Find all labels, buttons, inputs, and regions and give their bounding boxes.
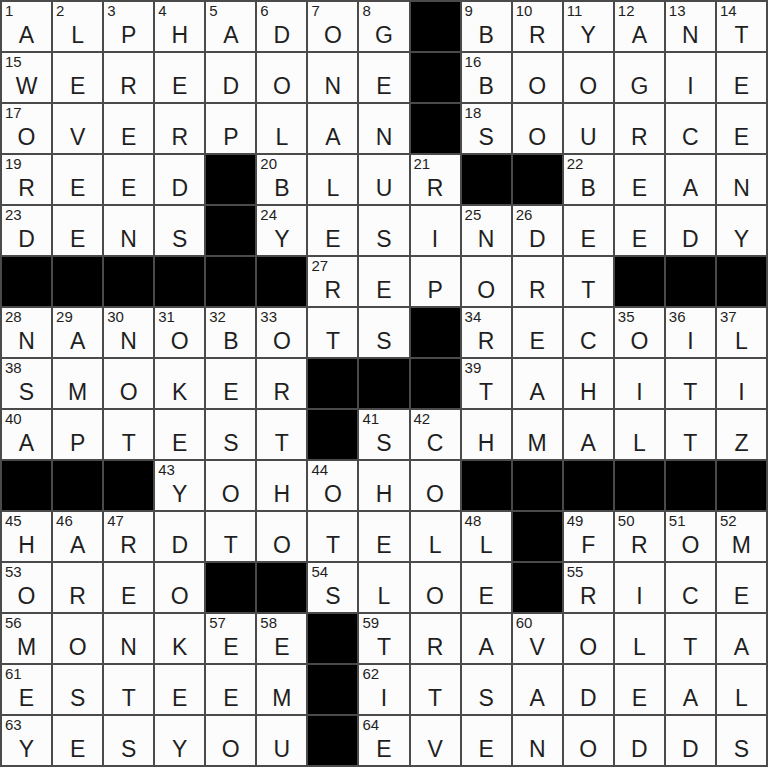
letter-cell[interactable]: 13N (666, 2, 715, 51)
letter-cell[interactable]: E (104, 155, 153, 204)
cell-letter: B (564, 177, 613, 200)
cell-letter: D (206, 75, 255, 98)
letter-cell[interactable]: O (564, 614, 613, 663)
letter-cell[interactable]: O (206, 461, 255, 510)
letter-cell[interactable]: S (359, 206, 408, 255)
letter-cell[interactable]: S (462, 665, 511, 714)
cell-letter: R (2, 177, 51, 200)
letter-cell[interactable]: V (53, 104, 102, 153)
letter-cell[interactable]: L (411, 512, 460, 561)
cell-letter: L (53, 24, 102, 47)
clue-number: 62 (362, 666, 379, 681)
block-cell (2, 257, 51, 306)
letter-cell[interactable]: 47R (104, 512, 153, 561)
cell-letter: O (462, 279, 511, 302)
letter-cell[interactable]: D (206, 53, 255, 102)
block-cell (206, 155, 255, 204)
letter-cell[interactable]: 46A (53, 512, 102, 561)
cell-letter: E (615, 228, 664, 251)
cell-letter: B (462, 75, 511, 98)
clue-number: 6 (260, 3, 268, 18)
letter-cell[interactable]: T (308, 512, 357, 561)
letter-cell[interactable]: 11Y (564, 2, 613, 51)
cell-letter: E (53, 177, 102, 200)
letter-cell[interactable]: 6D (257, 2, 306, 51)
letter-cell[interactable]: H (564, 359, 613, 408)
letter-cell[interactable]: P (411, 257, 460, 306)
letter-cell[interactable]: 36I (666, 308, 715, 357)
cell-letter: A (666, 687, 715, 710)
letter-cell[interactable]: E (206, 359, 255, 408)
letter-cell[interactable]: E (53, 155, 102, 204)
letter-cell[interactable]: 15W (2, 53, 51, 102)
letter-cell[interactable]: L (615, 614, 664, 663)
clue-number: 48 (465, 513, 482, 528)
block-cell (206, 206, 255, 255)
letter-cell[interactable]: 37L (717, 308, 766, 357)
block-cell (104, 461, 153, 510)
cell-letter: K (155, 381, 204, 404)
cell-letter: E (615, 687, 664, 710)
letter-cell[interactable]: O (104, 359, 153, 408)
cell-letter: V (513, 636, 562, 659)
letter-cell[interactable]: S (104, 716, 153, 765)
letter-cell[interactable]: E (359, 53, 408, 102)
letter-cell[interactable]: E (717, 104, 766, 153)
letter-cell[interactable]: O (206, 716, 255, 765)
cell-letter: A (53, 534, 102, 557)
letter-cell[interactable]: E (53, 716, 102, 765)
block-cell (2, 461, 51, 510)
cell-letter: D (155, 177, 204, 200)
letter-cell[interactable]: T (666, 614, 715, 663)
letter-cell[interactable]: E (462, 563, 511, 612)
letter-cell[interactable]: 10R (513, 2, 562, 51)
letter-cell[interactable]: E (53, 53, 102, 102)
letter-cell[interactable]: 9B (462, 2, 511, 51)
block-cell (462, 461, 511, 510)
cell-letter: Y (2, 738, 51, 761)
letter-cell[interactable]: 54S (308, 563, 357, 612)
letter-cell[interactable]: L (615, 410, 664, 459)
letter-cell[interactable]: 23D (2, 206, 51, 255)
cell-letter: R (462, 330, 511, 353)
clue-number: 59 (362, 615, 379, 630)
clue-number: 24 (260, 207, 277, 222)
cell-letter: S (104, 738, 153, 761)
letter-cell[interactable]: 7O (308, 2, 357, 51)
letter-cell[interactable]: D (155, 155, 204, 204)
letter-cell[interactable]: N (308, 53, 357, 102)
letter-cell[interactable]: E (615, 665, 664, 714)
letter-cell[interactable]: G (615, 53, 664, 102)
cell-letter: P (104, 24, 153, 47)
letter-cell[interactable]: R (615, 104, 664, 153)
letter-cell[interactable]: 64E (359, 716, 408, 765)
letter-cell[interactable]: 32B (206, 308, 255, 357)
letter-cell[interactable]: 12A (615, 2, 664, 51)
letter-cell[interactable]: 56M (2, 614, 51, 663)
block-cell (717, 257, 766, 306)
letter-cell[interactable]: O (257, 512, 306, 561)
letter-cell[interactable]: 57E (206, 614, 255, 663)
letter-cell[interactable]: M (53, 359, 102, 408)
letter-cell[interactable]: T (666, 359, 715, 408)
letter-cell[interactable]: D (615, 716, 664, 765)
cell-letter: C (564, 330, 613, 353)
block-cell (411, 359, 460, 408)
cell-letter: D (666, 738, 715, 761)
cell-letter: M (2, 636, 51, 659)
letter-cell[interactable]: N (104, 614, 153, 663)
letter-cell[interactable]: 39T (462, 359, 511, 408)
clue-number: 27 (311, 258, 328, 273)
cell-letter: O (513, 75, 562, 98)
letter-cell[interactable]: E (615, 155, 664, 204)
clue-number: 31 (158, 309, 175, 324)
letter-cell[interactable]: K (155, 614, 204, 663)
letter-cell[interactable]: 31O (155, 308, 204, 357)
cell-letter: E (53, 228, 102, 251)
cell-letter: O (257, 534, 306, 557)
clue-number: 37 (720, 309, 737, 324)
letter-cell[interactable]: 16B (462, 53, 511, 102)
letter-cell[interactable]: R (155, 104, 204, 153)
letter-cell[interactable]: S (206, 410, 255, 459)
block-cell (257, 257, 306, 306)
cell-letter: D (615, 738, 664, 761)
letter-cell[interactable]: Y (155, 716, 204, 765)
letter-cell[interactable]: E (462, 716, 511, 765)
cell-letter: M (257, 687, 306, 710)
clue-number: 25 (465, 207, 482, 222)
letter-cell[interactable]: 35O (615, 308, 664, 357)
letter-cell[interactable]: 24Y (257, 206, 306, 255)
clue-number: 3 (107, 3, 115, 18)
letter-cell[interactable]: E (53, 206, 102, 255)
letter-cell[interactable]: 21R (411, 155, 460, 204)
letter-cell[interactable]: E (206, 665, 255, 714)
letter-cell[interactable]: R (104, 53, 153, 102)
letter-cell[interactable]: Z (717, 410, 766, 459)
letter-cell[interactable]: 44O (308, 461, 357, 510)
letter-cell[interactable]: S (359, 308, 408, 357)
letter-cell[interactable]: 42C (411, 410, 460, 459)
letter-cell[interactable]: E (155, 53, 204, 102)
letter-cell[interactable]: D (666, 716, 715, 765)
letter-cell[interactable]: A (666, 665, 715, 714)
clue-number: 34 (465, 309, 482, 324)
letter-cell[interactable]: E (717, 53, 766, 102)
cell-letter: N (666, 24, 715, 47)
letter-cell[interactable]: 52M (717, 512, 766, 561)
letter-cell[interactable]: 43Y (155, 461, 204, 510)
letter-cell[interactable]: 53O (2, 563, 51, 612)
letter-cell[interactable]: E (359, 257, 408, 306)
cell-letter: P (206, 126, 255, 149)
cell-letter: A (462, 636, 511, 659)
cell-letter: P (53, 432, 102, 455)
cell-letter: N (359, 126, 408, 149)
letter-cell[interactable]: A (513, 665, 562, 714)
letter-cell[interactable]: 3P (104, 2, 153, 51)
cell-letter: E (2, 687, 51, 710)
letter-cell[interactable]: P (206, 104, 255, 153)
cell-letter: H (257, 483, 306, 506)
cell-letter: E (308, 228, 357, 251)
letter-cell[interactable]: O (564, 53, 613, 102)
letter-cell[interactable]: D (155, 512, 204, 561)
letter-cell[interactable]: A (717, 614, 766, 663)
cell-letter: D (257, 24, 306, 47)
cell-letter: R (155, 126, 204, 149)
letter-cell[interactable]: 26D (513, 206, 562, 255)
letter-cell[interactable]: O (53, 614, 102, 663)
letter-cell[interactable]: N (717, 155, 766, 204)
letter-cell[interactable]: 8G (359, 2, 408, 51)
cell-letter: O (615, 330, 664, 353)
letter-cell[interactable]: C (564, 308, 613, 357)
letter-cell[interactable]: I (411, 206, 460, 255)
letter-cell[interactable]: A (462, 614, 511, 663)
letter-cell[interactable]: N (104, 206, 153, 255)
letter-cell[interactable]: T (104, 665, 153, 714)
letter-cell[interactable]: D (666, 206, 715, 255)
letter-cell[interactable]: C (666, 563, 715, 612)
cell-letter: I (615, 381, 664, 404)
letter-cell[interactable]: O (564, 716, 613, 765)
cell-letter: S (2, 381, 51, 404)
clue-number: 2 (56, 3, 64, 18)
cell-letter: D (2, 228, 51, 251)
letter-cell[interactable]: E (717, 563, 766, 612)
letter-cell[interactable]: O (411, 461, 460, 510)
letter-cell[interactable]: R (257, 359, 306, 408)
letter-cell[interactable]: T (564, 257, 613, 306)
letter-cell[interactable]: 40A (2, 410, 51, 459)
letter-cell[interactable]: H (462, 410, 511, 459)
letter-cell[interactable]: E (308, 206, 357, 255)
letter-cell[interactable]: 22B (564, 155, 613, 204)
letter-cell[interactable]: 14T (717, 2, 766, 51)
letter-cell[interactable]: L (359, 563, 408, 612)
letter-cell[interactable]: 55R (564, 563, 613, 612)
cell-letter: Y (257, 228, 306, 251)
letter-cell[interactable]: N (513, 716, 562, 765)
letter-cell[interactable]: M (257, 665, 306, 714)
clue-number: 7 (311, 3, 319, 18)
cell-letter: N (513, 738, 562, 761)
letter-cell[interactable]: 20B (257, 155, 306, 204)
block-cell (564, 461, 613, 510)
letter-cell[interactable]: 29A (53, 308, 102, 357)
letter-cell[interactable]: C (666, 104, 715, 153)
letter-cell[interactable]: 17O (2, 104, 51, 153)
letter-cell[interactable]: 45H (2, 512, 51, 561)
letter-cell[interactable]: 34R (462, 308, 511, 357)
cell-letter: T (462, 381, 511, 404)
letter-cell[interactable]: 60V (513, 614, 562, 663)
letter-cell[interactable]: E (359, 512, 408, 561)
cell-letter: O (513, 126, 562, 149)
cell-letter: S (155, 228, 204, 251)
letter-cell[interactable]: U (564, 104, 613, 153)
letter-cell[interactable]: O (257, 53, 306, 102)
cell-letter: F (564, 534, 613, 557)
letter-cell[interactable]: L (717, 665, 766, 714)
letter-cell[interactable]: 1A (2, 2, 51, 51)
clue-number: 33 (260, 309, 277, 324)
letter-cell[interactable]: K (155, 359, 204, 408)
cell-letter: E (462, 738, 511, 761)
cell-letter: L (615, 636, 664, 659)
letter-cell[interactable]: T (104, 410, 153, 459)
letter-cell[interactable]: 5A (206, 2, 255, 51)
letter-cell[interactable]: T (411, 665, 460, 714)
block-cell (462, 155, 511, 204)
letter-cell[interactable]: 50R (615, 512, 664, 561)
cell-letter: A (2, 24, 51, 47)
cell-letter: L (411, 534, 460, 557)
letter-cell[interactable]: 19R (2, 155, 51, 204)
letter-cell[interactable]: L (308, 155, 357, 204)
letter-cell[interactable]: R (411, 614, 460, 663)
cell-letter: Y (155, 483, 204, 506)
letter-cell[interactable]: 63Y (2, 716, 51, 765)
letter-cell[interactable]: 25N (462, 206, 511, 255)
letter-cell[interactable]: M (513, 410, 562, 459)
block-cell (53, 257, 102, 306)
cell-letter: N (717, 177, 766, 200)
cell-letter: H (564, 381, 613, 404)
letter-cell[interactable]: 18S (462, 104, 511, 153)
letter-cell[interactable]: A (513, 359, 562, 408)
letter-cell[interactable]: H (257, 461, 306, 510)
letter-cell[interactable]: O (513, 53, 562, 102)
cell-letter: E (513, 330, 562, 353)
letter-cell[interactable]: E (155, 665, 204, 714)
cell-letter: E (615, 177, 664, 200)
letter-cell[interactable]: H (359, 461, 408, 510)
letter-cell[interactable]: N (359, 104, 408, 153)
cell-letter: D (155, 534, 204, 557)
clue-number: 40 (5, 411, 22, 426)
letter-cell[interactable]: E (155, 410, 204, 459)
letter-cell[interactable]: S (155, 206, 204, 255)
cell-letter: O (564, 636, 613, 659)
letter-cell[interactable]: 33O (257, 308, 306, 357)
cell-letter: O (666, 534, 715, 557)
letter-cell[interactable]: V (411, 716, 460, 765)
clue-number: 32 (209, 309, 226, 324)
letter-cell[interactable]: Y (717, 206, 766, 255)
letter-cell[interactable]: A (308, 104, 357, 153)
letter-cell[interactable]: E (615, 206, 664, 255)
letter-cell[interactable]: O (155, 563, 204, 612)
letter-cell[interactable]: I (615, 359, 664, 408)
cell-letter: E (717, 585, 766, 608)
letter-cell[interactable]: 27R (308, 257, 357, 306)
letter-cell[interactable]: S (53, 665, 102, 714)
cell-letter: R (564, 585, 613, 608)
letter-cell[interactable]: U (257, 716, 306, 765)
letter-cell[interactable]: L (257, 104, 306, 153)
cell-letter: T (666, 381, 715, 404)
letter-cell[interactable]: 61E (2, 665, 51, 714)
letter-cell[interactable]: I (666, 53, 715, 102)
letter-cell[interactable]: 30N (104, 308, 153, 357)
letter-cell[interactable]: A (564, 410, 613, 459)
letter-cell[interactable]: R (53, 563, 102, 612)
letter-cell[interactable]: E (564, 206, 613, 255)
letter-cell[interactable]: 49F (564, 512, 613, 561)
letter-cell[interactable]: O (411, 563, 460, 612)
block-cell (411, 104, 460, 153)
clue-number: 39 (465, 360, 482, 375)
cell-letter: M (717, 534, 766, 557)
letter-cell[interactable]: 51O (666, 512, 715, 561)
letter-cell[interactable]: 62I (359, 665, 408, 714)
clue-number: 19 (5, 156, 22, 171)
clue-number: 1 (5, 3, 13, 18)
cell-letter: N (308, 75, 357, 98)
letter-cell[interactable]: R (513, 257, 562, 306)
cell-letter: S (462, 687, 511, 710)
cell-letter: Y (155, 738, 204, 761)
cell-letter: Z (717, 432, 766, 455)
letter-cell[interactable]: E (513, 308, 562, 357)
letter-cell[interactable]: 41S (359, 410, 408, 459)
cell-letter: O (257, 330, 306, 353)
letter-cell[interactable]: E (104, 563, 153, 612)
letter-cell[interactable]: S (717, 716, 766, 765)
cell-letter: H (2, 534, 51, 557)
letter-cell[interactable]: P (53, 410, 102, 459)
clue-number: 42 (414, 411, 431, 426)
letter-cell[interactable]: I (717, 359, 766, 408)
letter-cell[interactable]: D (564, 665, 613, 714)
letter-cell[interactable]: T (666, 410, 715, 459)
letter-cell[interactable]: T (257, 410, 306, 459)
letter-cell[interactable]: 48L (462, 512, 511, 561)
block-cell (411, 53, 460, 102)
letter-cell[interactable]: I (615, 563, 664, 612)
letter-cell[interactable]: E (104, 104, 153, 153)
cell-letter: N (462, 228, 511, 251)
letter-cell[interactable]: 59T (359, 614, 408, 663)
cell-letter: E (155, 432, 204, 455)
clue-number: 54 (311, 564, 328, 579)
clue-number: 45 (5, 513, 22, 528)
letter-cell[interactable]: A (666, 155, 715, 204)
letter-cell[interactable]: 4H (155, 2, 204, 51)
cell-letter: Y (564, 24, 613, 47)
letter-cell[interactable]: O (462, 257, 511, 306)
cell-letter: H (155, 24, 204, 47)
letter-cell[interactable]: T (308, 308, 357, 357)
cell-letter: R (411, 177, 460, 200)
letter-cell[interactable]: 28N (2, 308, 51, 357)
letter-cell[interactable]: T (206, 512, 255, 561)
clue-number: 17 (5, 105, 22, 120)
letter-cell[interactable]: U (359, 155, 408, 204)
letter-cell[interactable]: 2L (53, 2, 102, 51)
block-cell (666, 257, 715, 306)
letter-cell[interactable]: 38S (2, 359, 51, 408)
cell-letter: E (359, 534, 408, 557)
letter-cell[interactable]: O (513, 104, 562, 153)
letter-cell[interactable]: 58E (257, 614, 306, 663)
